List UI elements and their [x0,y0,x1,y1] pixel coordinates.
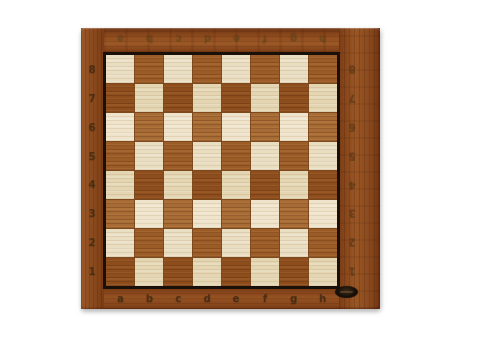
square-d8[interactable] [193,55,221,83]
square-g8[interactable] [280,55,308,83]
square-a2[interactable] [106,229,134,257]
square-d2[interactable] [193,229,221,257]
square-d3[interactable] [193,200,221,228]
square-a5[interactable] [106,142,134,170]
square-a6[interactable] [106,113,134,141]
square-h2[interactable] [309,229,337,257]
square-f6[interactable] [251,113,279,141]
square-g1[interactable] [280,258,308,286]
square-g3[interactable] [280,200,308,228]
square-e3[interactable] [222,200,250,228]
square-b3[interactable] [135,200,163,228]
square-c7[interactable] [164,84,192,112]
square-g7[interactable] [280,84,308,112]
frame-top-rail [81,28,380,52]
square-e4[interactable] [222,171,250,199]
square-c1[interactable] [164,258,192,286]
square-h3[interactable] [309,200,337,228]
square-e6[interactable] [222,113,250,141]
square-b7[interactable] [135,84,163,112]
photo-background: 87654321 87654321 abcdefgh abcdefgh [0,0,480,350]
square-a1[interactable] [106,258,134,286]
square-e1[interactable] [222,258,250,286]
square-b8[interactable] [135,55,163,83]
square-c5[interactable] [164,142,192,170]
maker-badge [335,286,358,298]
square-c6[interactable] [164,113,192,141]
frame-right-rail [339,28,380,309]
square-f1[interactable] [251,258,279,286]
square-c3[interactable] [164,200,192,228]
square-d4[interactable] [193,171,221,199]
square-h5[interactable] [309,142,337,170]
square-h6[interactable] [309,113,337,141]
square-f3[interactable] [251,200,279,228]
square-b4[interactable] [135,171,163,199]
square-h8[interactable] [309,55,337,83]
square-f2[interactable] [251,229,279,257]
square-f8[interactable] [251,55,279,83]
square-d6[interactable] [193,113,221,141]
square-a3[interactable] [106,200,134,228]
square-a8[interactable] [106,55,134,83]
square-b5[interactable] [135,142,163,170]
square-c2[interactable] [164,229,192,257]
square-f4[interactable] [251,171,279,199]
board-grid [106,55,337,286]
square-d7[interactable] [193,84,221,112]
square-h1[interactable] [309,258,337,286]
frame-left-rail [81,28,104,309]
square-h4[interactable] [309,171,337,199]
square-b2[interactable] [135,229,163,257]
square-c4[interactable] [164,171,192,199]
square-g2[interactable] [280,229,308,257]
square-e5[interactable] [222,142,250,170]
square-e8[interactable] [222,55,250,83]
chess-board: 87654321 87654321 abcdefgh abcdefgh [81,28,380,309]
square-f5[interactable] [251,142,279,170]
square-f7[interactable] [251,84,279,112]
square-e7[interactable] [222,84,250,112]
square-g6[interactable] [280,113,308,141]
square-a4[interactable] [106,171,134,199]
square-c8[interactable] [164,55,192,83]
square-d1[interactable] [193,258,221,286]
square-b6[interactable] [135,113,163,141]
square-g5[interactable] [280,142,308,170]
square-b1[interactable] [135,258,163,286]
square-h7[interactable] [309,84,337,112]
square-d5[interactable] [193,142,221,170]
square-g4[interactable] [280,171,308,199]
play-area [103,52,340,289]
square-e2[interactable] [222,229,250,257]
square-a7[interactable] [106,84,134,112]
